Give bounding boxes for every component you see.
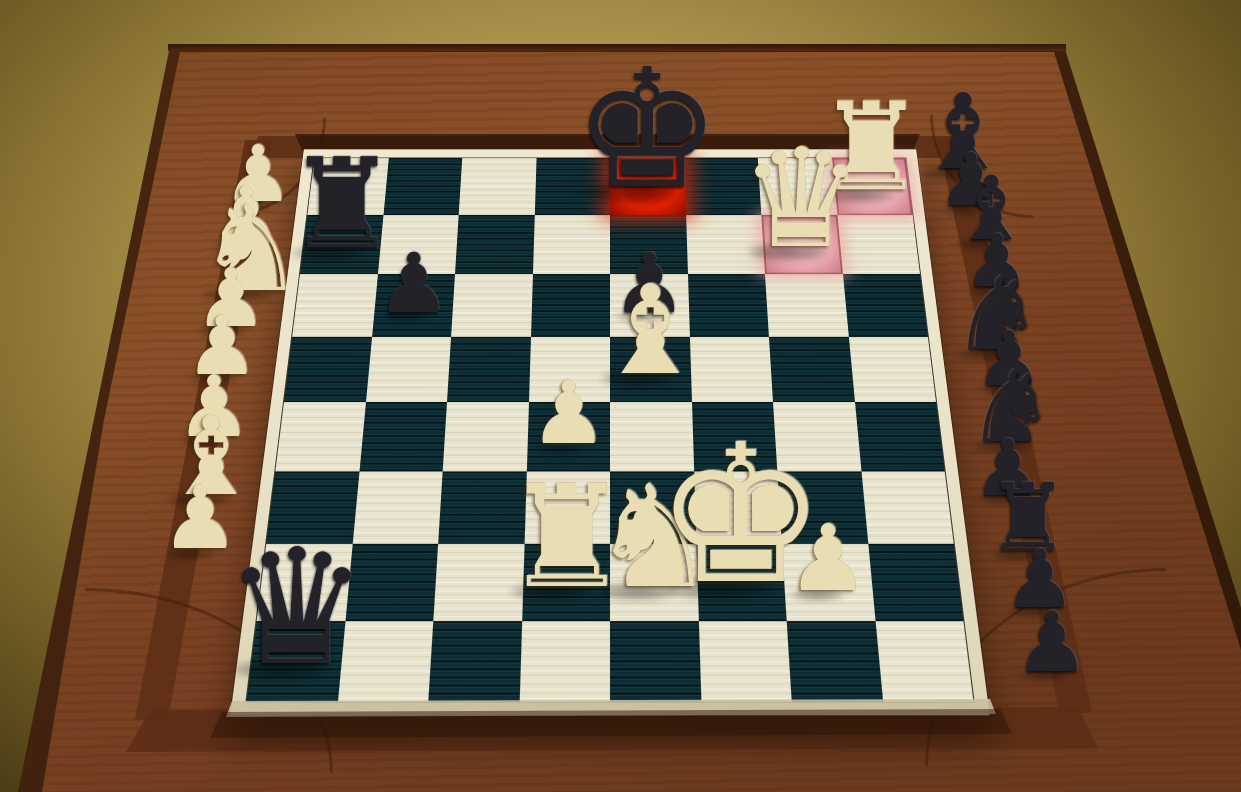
square-b4[interactable] (359, 402, 447, 471)
chess-scene: ♚♜♜♛♟♟♝♟♜♞♚♟♛♟♟♞♟♟♟♝♟♝♟♝♟♞♟♞♟♜♟♟ (0, 0, 1241, 792)
square-h2[interactable] (868, 544, 964, 621)
square-a5[interactable] (284, 336, 372, 402)
square-h4[interactable] (855, 402, 945, 471)
square-b5[interactable] (366, 336, 452, 402)
square-a6[interactable] (292, 274, 377, 336)
piece-black-pawn-b6[interactable]: ♟ (377, 242, 451, 325)
square-d1[interactable] (519, 621, 610, 702)
square-c6[interactable] (451, 274, 532, 336)
square-h1[interactable] (875, 621, 973, 702)
square-e1[interactable] (610, 621, 701, 702)
square-c1[interactable] (428, 621, 521, 702)
square-h3[interactable] (861, 471, 954, 544)
square-g1[interactable] (787, 621, 883, 702)
piece-black-king-e8[interactable]: ♚ (574, 47, 722, 212)
piece-white-bishop-e5[interactable]: ♝ (595, 269, 705, 392)
square-h6[interactable] (843, 274, 928, 336)
piece-black-queen-a1[interactable]: ♛ (225, 528, 368, 688)
square-g6[interactable] (765, 274, 848, 336)
square-c8[interactable] (459, 158, 536, 215)
square-c7[interactable] (455, 215, 534, 274)
piece-white-queen-g7[interactable]: ♛ (740, 131, 863, 268)
square-c5[interactable] (447, 336, 531, 402)
square-a4[interactable] (275, 402, 365, 471)
square-h5[interactable] (848, 336, 936, 402)
square-f1[interactable] (698, 621, 791, 702)
piece-white-pawn-g2[interactable]: ♟ (787, 513, 869, 605)
captured-black-pawn-11: ♟ (1015, 601, 1090, 684)
square-g5[interactable] (769, 336, 855, 402)
piece-white-pawn-d4[interactable]: ♟ (530, 370, 608, 457)
